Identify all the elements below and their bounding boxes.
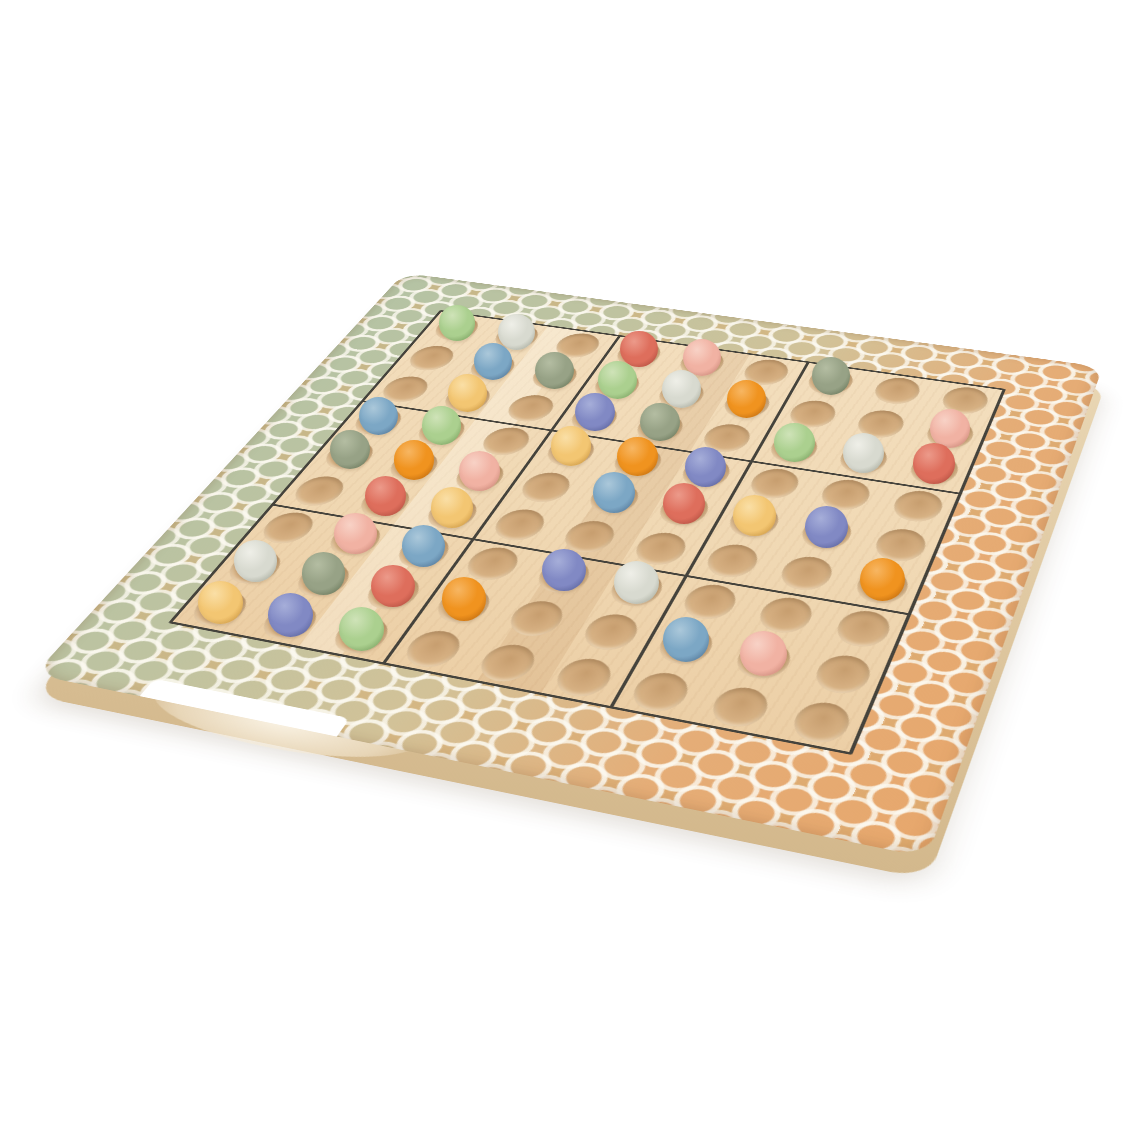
cell-hole-r1c8[interactable] bbox=[870, 375, 925, 406]
cell-hole-r4c9[interactable] bbox=[888, 488, 947, 525]
ball-olive-r3c5[interactable] bbox=[640, 403, 680, 442]
ball-green-r9c3[interactable] bbox=[339, 607, 384, 651]
ball-pink-r5c3[interactable] bbox=[459, 451, 500, 491]
cell-hole-r8c5[interactable] bbox=[502, 598, 570, 640]
ball-olive-r5c1[interactable] bbox=[330, 430, 370, 469]
ball-yellow-r4c4[interactable] bbox=[551, 426, 591, 465]
ball-white-r3c8[interactable] bbox=[843, 433, 884, 473]
ball-periwinkle-r3c4[interactable] bbox=[575, 393, 615, 431]
cell-hole-r9c5[interactable] bbox=[473, 641, 543, 685]
cell-hole-r8c6[interactable] bbox=[577, 611, 645, 654]
ball-periwinkle-r5c8[interactable] bbox=[805, 506, 848, 548]
ball-yellow-r9c1[interactable] bbox=[198, 581, 242, 624]
ball-white-r2c5[interactable] bbox=[662, 370, 701, 408]
ball-green-r3c7[interactable] bbox=[774, 423, 815, 462]
cell-hole-r3c3[interactable] bbox=[501, 392, 560, 424]
cell-hole-r9c4[interactable] bbox=[398, 627, 468, 671]
ball-orange-r2c6[interactable] bbox=[727, 380, 766, 418]
ball-blue-r4c1[interactable] bbox=[359, 397, 398, 435]
cell-hole-r9c6[interactable] bbox=[549, 655, 619, 700]
ball-green-r4c2[interactable] bbox=[422, 406, 462, 445]
ball-olive-r8c2[interactable] bbox=[302, 552, 346, 594]
ball-olive-r1c7[interactable] bbox=[812, 357, 851, 395]
cell-hole-r6c1[interactable] bbox=[287, 473, 352, 508]
cell-hole-r8c9[interactable] bbox=[809, 652, 876, 698]
ball-blue-r7c3[interactable] bbox=[402, 525, 445, 567]
ball-red-r6c2[interactable] bbox=[365, 476, 407, 516]
cell-hole-r5c4[interactable] bbox=[515, 470, 577, 505]
ball-yellow-r6c3[interactable] bbox=[431, 487, 473, 528]
cell-hole-r6c4[interactable] bbox=[488, 506, 552, 543]
ball-blue-r2c2[interactable] bbox=[474, 343, 512, 380]
ball-blue-r5c5[interactable] bbox=[593, 472, 635, 513]
ball-white-r1c2[interactable] bbox=[498, 314, 535, 350]
ball-yellow-r3c2[interactable] bbox=[448, 374, 487, 412]
ball-orange-r5c2[interactable] bbox=[394, 440, 435, 479]
cell-hole-r9c7[interactable] bbox=[626, 669, 696, 715]
cell-hole-r6c7[interactable] bbox=[701, 541, 764, 580]
ball-white-r8c1[interactable] bbox=[234, 540, 277, 582]
ball-olive-r2c3[interactable] bbox=[535, 352, 573, 389]
ball-periwinkle-r7c5[interactable] bbox=[542, 549, 586, 592]
cell-hole-r9c9[interactable] bbox=[787, 698, 856, 746]
ball-white-r7c6[interactable] bbox=[614, 561, 658, 604]
sudoku-grid bbox=[168, 310, 1006, 755]
ball-pink-r7c2[interactable] bbox=[334, 513, 377, 554]
ball-orange-r8c4[interactable] bbox=[442, 577, 487, 620]
cell-hole-r2c1[interactable] bbox=[403, 344, 461, 373]
ball-red-r3c9[interactable] bbox=[913, 443, 954, 483]
ball-green-r2c4[interactable] bbox=[598, 361, 637, 398]
ball-yellow-r5c7[interactable] bbox=[733, 495, 776, 536]
ball-red-r5c6[interactable] bbox=[663, 483, 705, 524]
cell-hole-r7c9[interactable] bbox=[831, 608, 895, 651]
ball-orange-r6c9[interactable] bbox=[860, 558, 905, 601]
cell-hole-r9c8[interactable] bbox=[706, 683, 775, 730]
wooden-color-sudoku-photo bbox=[0, 0, 1148, 1148]
ball-blue-r8c7[interactable] bbox=[663, 617, 709, 662]
ball-pink-r2c9[interactable] bbox=[930, 409, 970, 448]
ball-pink-r8c8[interactable] bbox=[740, 631, 787, 676]
ball-orange-r4c5[interactable] bbox=[617, 437, 658, 477]
ball-periwinkle-r9c2[interactable] bbox=[268, 593, 313, 637]
cell-hole-r6c8[interactable] bbox=[775, 553, 838, 593]
